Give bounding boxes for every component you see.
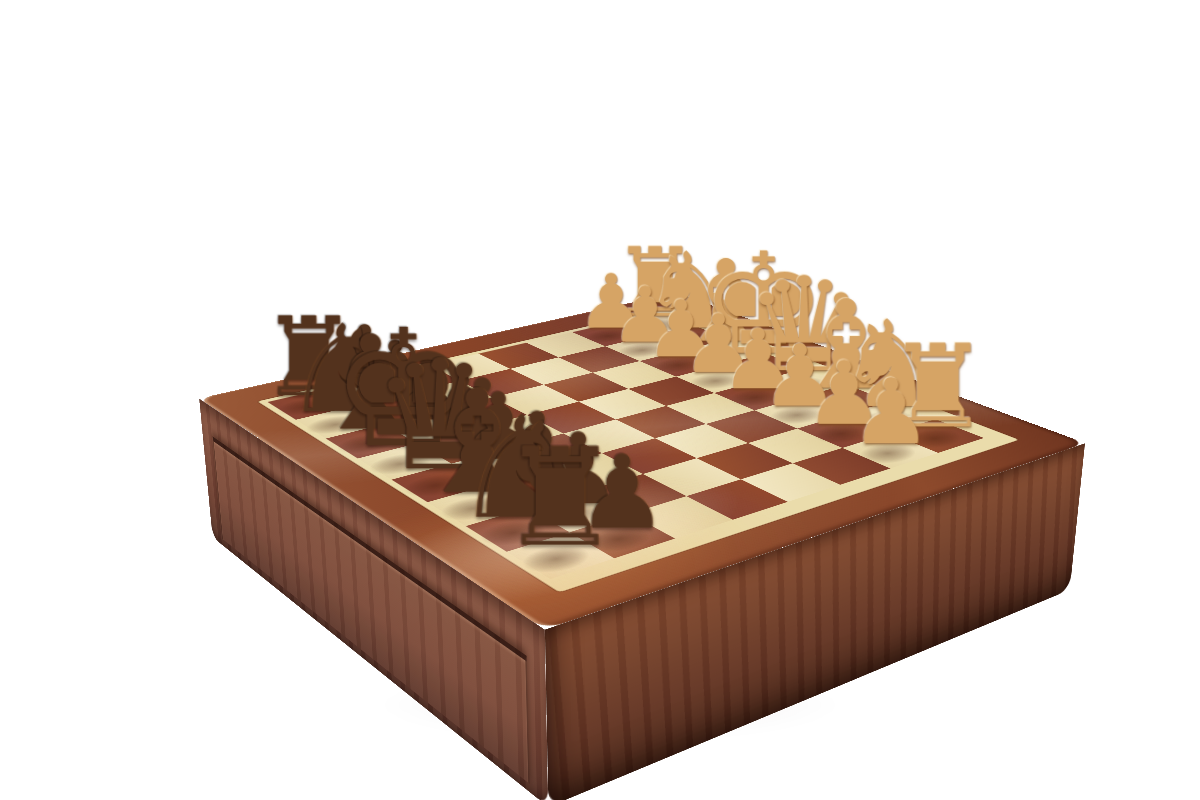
chess-box: ♜♞♝♛♚♝♞♜♟♟♟♟♟♟♟♟♟♟♟♟♟♟♟♟♜♞♝♛♚♝♞♜ bbox=[199, 292, 1085, 629]
product-photo-stage: ♜♞♝♛♚♝♞♜♟♟♟♟♟♟♟♟♟♟♟♟♟♟♟♟♜♞♝♛♚♝♞♜ bbox=[0, 0, 1200, 800]
piece-white-rook-h1: ♜ bbox=[591, 170, 719, 324]
